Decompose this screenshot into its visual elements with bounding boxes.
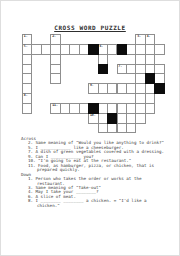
letter-cell[interactable] <box>154 44 164 55</box>
letter-cell[interactable] <box>126 123 136 134</box>
clues-section: Across 2. Same meaning of "Would you lik… <box>19 137 165 208</box>
clue-number: 2. <box>52 35 56 38</box>
clue-number: 10. <box>90 114 96 117</box>
worksheet-page: CROSS WORD PUZZLE 1.2.3.4.5.6.7.9.8.11.1… <box>0 0 180 256</box>
letter-cell[interactable] <box>22 103 32 114</box>
clue-number: 5. <box>24 45 28 48</box>
clue-number: 9. <box>90 84 94 87</box>
crossword-grid: 1.2.3.4.5.6.7.9.8.11.10. <box>22 34 165 134</box>
clue-number: 4. <box>147 35 151 38</box>
across-clue-11: 11. Food, as hamburger, pizza, or chicke… <box>19 164 165 173</box>
block-cell <box>98 64 108 75</box>
puzzle-title: CROSS WORD PUZZLE <box>1 24 179 31</box>
clue-number: 11. <box>52 104 58 107</box>
block-cell <box>107 113 117 124</box>
block-cell <box>154 83 164 94</box>
clue-number: 3. <box>137 35 141 38</box>
down-clue-8: 8. I ________ ________ a chicken. = "I'd… <box>19 199 165 208</box>
letter-cell[interactable] <box>135 113 145 124</box>
clue-number: 8. <box>24 94 28 97</box>
clue-number: 1. <box>24 35 28 38</box>
clue-text: 8. I ________ ________ a chicken. = "I'd… <box>28 199 165 208</box>
block-cell <box>88 103 98 114</box>
letter-cell[interactable] <box>145 103 155 114</box>
block-cell <box>88 44 98 55</box>
clue-number: 6. <box>99 45 103 48</box>
letter-cell[interactable] <box>50 73 60 84</box>
clue-text: 11. Food, as hamburger, pizza, or chicke… <box>28 164 165 173</box>
down-clue-list: 1. Person who takes the order or works a… <box>19 177 165 208</box>
across-clue-list: 2. Same meaning of "Would you like anyth… <box>19 141 165 172</box>
clue-number: 7. <box>118 65 122 68</box>
block-cell <box>117 44 127 55</box>
